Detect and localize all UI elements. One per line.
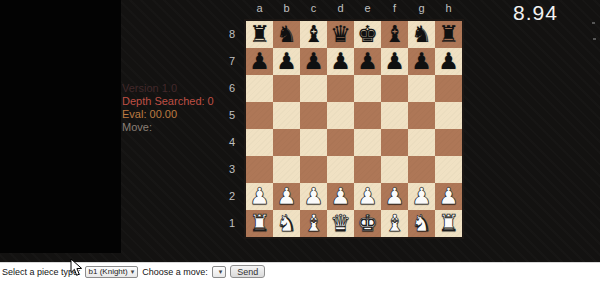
move-select[interactable]: ▾ — [212, 266, 227, 278]
rank-labels: 87654321 — [224, 21, 240, 237]
square-d6[interactable] — [327, 75, 354, 102]
chevron-down-icon: ▾ — [219, 268, 223, 275]
control-bar: Select a piece type: b1 (Knight) ▾ Choos… — [0, 262, 600, 290]
file-labels: abcdefgh — [246, 0, 462, 16]
square-a4[interactable] — [246, 129, 273, 156]
square-b5[interactable] — [273, 102, 300, 129]
square-a1[interactable]: ♜ — [246, 210, 273, 237]
piece-black-pawn: ♟ — [408, 48, 435, 75]
file-label-b: b — [273, 0, 300, 16]
square-h7[interactable]: ♟ — [435, 48, 462, 75]
engine-eval-display: 8.94 — [513, 1, 558, 25]
square-b4[interactable] — [273, 129, 300, 156]
square-e5[interactable] — [354, 102, 381, 129]
square-f7[interactable]: ♟ — [381, 48, 408, 75]
rank-label-6: 6 — [224, 75, 240, 102]
app-window: 8.94 Version 1.0 Depth Searched: 0 Eval:… — [0, 0, 600, 290]
noise-speck — [593, 38, 596, 40]
square-e2[interactable]: ♟ — [354, 183, 381, 210]
file-label-d: d — [327, 0, 354, 16]
square-c3[interactable] — [300, 156, 327, 183]
piece-white-rook: ♜ — [435, 210, 462, 237]
square-a2[interactable]: ♟ — [246, 183, 273, 210]
square-c4[interactable] — [300, 129, 327, 156]
square-h6[interactable] — [435, 75, 462, 102]
square-f6[interactable] — [381, 75, 408, 102]
square-d2[interactable]: ♟ — [327, 183, 354, 210]
piece-white-pawn: ♟ — [273, 183, 300, 210]
square-d1[interactable]: ♛ — [327, 210, 354, 237]
square-b7[interactable]: ♟ — [273, 48, 300, 75]
piece-white-bishop: ♝ — [300, 210, 327, 237]
mouse-cursor — [70, 258, 83, 277]
square-h4[interactable] — [435, 129, 462, 156]
square-c2[interactable]: ♟ — [300, 183, 327, 210]
square-f2[interactable]: ♟ — [381, 183, 408, 210]
square-h2[interactable]: ♟ — [435, 183, 462, 210]
square-b6[interactable] — [273, 75, 300, 102]
square-g2[interactable]: ♟ — [408, 183, 435, 210]
square-f8[interactable]: ♝ — [381, 21, 408, 48]
piece-select-label: Select a piece type: — [2, 267, 81, 277]
file-label-h: h — [435, 0, 462, 16]
piece-select-value: b1 (Knight) — [89, 267, 128, 276]
piece-white-pawn: ♟ — [300, 183, 327, 210]
noise-speck — [592, 22, 595, 24]
file-label-g: g — [408, 0, 435, 16]
piece-black-knight: ♞ — [408, 21, 435, 48]
square-b3[interactable] — [273, 156, 300, 183]
rank-label-7: 7 — [224, 48, 240, 75]
square-g1[interactable]: ♞ — [408, 210, 435, 237]
square-e7[interactable]: ♟ — [354, 48, 381, 75]
piece-select[interactable]: b1 (Knight) ▾ — [85, 266, 139, 278]
piece-black-pawn: ♟ — [246, 48, 273, 75]
square-f4[interactable] — [381, 129, 408, 156]
file-label-a: a — [246, 0, 273, 16]
square-g5[interactable] — [408, 102, 435, 129]
piece-white-pawn: ♟ — [435, 183, 462, 210]
eval-label: Eval: 00.00 — [122, 108, 214, 121]
file-label-c: c — [300, 0, 327, 16]
piece-black-bishop: ♝ — [300, 21, 327, 48]
square-h5[interactable] — [435, 102, 462, 129]
hud-panel: Version 1.0 Depth Searched: 0 Eval: 00.0… — [122, 82, 214, 134]
rank-label-1: 1 — [224, 210, 240, 237]
square-f1[interactable]: ♝ — [381, 210, 408, 237]
square-g3[interactable] — [408, 156, 435, 183]
rank-label-5: 5 — [224, 102, 240, 129]
square-a8[interactable]: ♜ — [246, 21, 273, 48]
square-g4[interactable] — [408, 129, 435, 156]
square-c8[interactable]: ♝ — [300, 21, 327, 48]
depth-searched-label: Depth Searched: 0 — [122, 95, 214, 108]
piece-black-pawn: ♟ — [273, 48, 300, 75]
piece-white-queen: ♛ — [327, 210, 354, 237]
square-e1[interactable]: ♚ — [354, 210, 381, 237]
piece-white-king: ♚ — [354, 210, 381, 237]
square-h3[interactable] — [435, 156, 462, 183]
piece-white-knight: ♞ — [273, 210, 300, 237]
chevron-down-icon: ▾ — [131, 268, 135, 275]
piece-black-pawn: ♟ — [300, 48, 327, 75]
piece-black-pawn: ♟ — [381, 48, 408, 75]
file-label-f: f — [381, 0, 408, 16]
piece-black-king: ♚ — [354, 21, 381, 48]
piece-white-pawn: ♟ — [354, 183, 381, 210]
square-b2[interactable]: ♟ — [273, 183, 300, 210]
piece-white-pawn: ♟ — [381, 183, 408, 210]
piece-white-knight: ♞ — [408, 210, 435, 237]
square-d5[interactable] — [327, 102, 354, 129]
piece-white-rook: ♜ — [246, 210, 273, 237]
chess-board: ♜♞♝♛♚♝♞♜♟♟♟♟♟♟♟♟♟♟♟♟♟♟♟♟♜♞♝♛♚♝♞♜ — [246, 21, 462, 237]
piece-black-queen: ♛ — [327, 21, 354, 48]
rank-label-8: 8 — [224, 21, 240, 48]
piece-black-rook: ♜ — [435, 21, 462, 48]
piece-white-pawn: ♟ — [246, 183, 273, 210]
square-c5[interactable] — [300, 102, 327, 129]
move-label: Move: — [122, 121, 214, 134]
square-a5[interactable] — [246, 102, 273, 129]
rank-label-3: 3 — [224, 156, 240, 183]
piece-black-pawn: ♟ — [354, 48, 381, 75]
rank-label-4: 4 — [224, 129, 240, 156]
square-a6[interactable] — [246, 75, 273, 102]
square-e3[interactable] — [354, 156, 381, 183]
square-d8[interactable]: ♛ — [327, 21, 354, 48]
piece-black-bishop: ♝ — [381, 21, 408, 48]
piece-white-pawn: ♟ — [327, 183, 354, 210]
square-b1[interactable]: ♞ — [273, 210, 300, 237]
version-label: Version 1.0 — [122, 82, 214, 95]
square-g6[interactable] — [408, 75, 435, 102]
rank-label-2: 2 — [224, 183, 240, 210]
square-h1[interactable]: ♜ — [435, 210, 462, 237]
square-e8[interactable]: ♚ — [354, 21, 381, 48]
file-label-e: e — [354, 0, 381, 16]
square-d4[interactable] — [327, 129, 354, 156]
background-panel — [0, 0, 121, 253]
piece-black-pawn: ♟ — [435, 48, 462, 75]
square-g8[interactable]: ♞ — [408, 21, 435, 48]
move-select-label: Choose a move: — [142, 267, 208, 277]
square-a7[interactable]: ♟ — [246, 48, 273, 75]
piece-black-rook: ♜ — [246, 21, 273, 48]
square-f5[interactable] — [381, 102, 408, 129]
square-d3[interactable] — [327, 156, 354, 183]
square-c1[interactable]: ♝ — [300, 210, 327, 237]
square-h8[interactable]: ♜ — [435, 21, 462, 48]
square-f3[interactable] — [381, 156, 408, 183]
square-e4[interactable] — [354, 129, 381, 156]
square-e6[interactable] — [354, 75, 381, 102]
square-c6[interactable] — [300, 75, 327, 102]
square-d7[interactable]: ♟ — [327, 48, 354, 75]
send-button[interactable]: Send — [230, 265, 265, 278]
square-c7[interactable]: ♟ — [300, 48, 327, 75]
piece-white-bishop: ♝ — [381, 210, 408, 237]
square-b8[interactable]: ♞ — [273, 21, 300, 48]
square-g7[interactable]: ♟ — [408, 48, 435, 75]
square-a3[interactable] — [246, 156, 273, 183]
piece-white-pawn: ♟ — [408, 183, 435, 210]
piece-black-knight: ♞ — [273, 21, 300, 48]
piece-black-pawn: ♟ — [327, 48, 354, 75]
